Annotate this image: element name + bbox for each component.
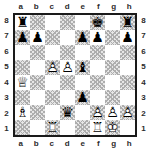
square-a7[interactable]: ♟ <box>15 30 30 45</box>
file-label-c-bottom: c <box>50 140 54 148</box>
piece-black-rook[interactable]: ♜ <box>15 15 30 30</box>
square-e8[interactable] <box>75 15 90 30</box>
square-d2[interactable]: ♛ <box>60 105 75 120</box>
piece-glyph: ♝ <box>76 59 89 75</box>
square-h3[interactable] <box>120 90 135 105</box>
square-b1[interactable] <box>30 120 45 135</box>
piece-glyph: ♔ <box>106 119 119 135</box>
rank-label-1-left: 1 <box>4 125 8 133</box>
piece-white-pawn[interactable]: ♟♙ <box>60 60 75 75</box>
square-a8[interactable]: ♜ <box>15 15 30 30</box>
corner-top-left <box>0 0 13 13</box>
square-b7[interactable]: ♟ <box>30 30 45 45</box>
rank-label-4-right: 4 <box>141 79 145 87</box>
piece-black-rook[interactable]: ♜ <box>120 15 135 30</box>
piece-white-pawn[interactable]: ♟♙ <box>120 105 135 120</box>
piece-white-bishop[interactable]: ♝♗ <box>15 105 30 120</box>
piece-glyph: ♟ <box>91 29 104 45</box>
rank-label-7-right: 7 <box>141 32 145 40</box>
square-b4[interactable] <box>30 75 45 90</box>
rank-label-3-right: 3 <box>141 94 145 102</box>
square-g5[interactable] <box>105 60 120 75</box>
piece-glyph: ♗ <box>16 104 29 120</box>
file-label-b-bottom: b <box>34 140 39 148</box>
rank-label-6-right: 6 <box>141 48 145 56</box>
square-e5[interactable]: ♝ <box>75 60 90 75</box>
square-d1[interactable] <box>60 120 75 135</box>
square-d5[interactable]: ♟♙ <box>60 60 75 75</box>
square-a4[interactable]: ♛♕ <box>15 75 30 90</box>
rank-label-7-left: 7 <box>4 32 8 40</box>
square-d4[interactable] <box>60 75 75 90</box>
square-h8[interactable]: ♜ <box>120 15 135 30</box>
piece-glyph: ♜ <box>16 14 29 30</box>
file-labels-top: abcdefgh <box>13 0 137 13</box>
rank-label-4-left: 4 <box>4 79 8 87</box>
piece-glyph: ♜ <box>121 14 134 30</box>
piece-glyph: ♙ <box>106 104 119 120</box>
piece-black-queen[interactable]: ♛ <box>60 105 75 120</box>
piece-glyph: ♕ <box>16 74 29 90</box>
rank-label-8-left: 8 <box>4 17 8 25</box>
square-d8[interactable] <box>60 15 75 30</box>
file-label-g-bottom: g <box>111 140 116 148</box>
file-label-b-top: b <box>34 3 39 11</box>
piece-glyph: ♙ <box>121 104 134 120</box>
file-label-d-top: d <box>65 3 70 11</box>
chess-diagram: abcdefgh 87654321 ♜♚♜♟♟♟♟♟♟♙♟♙♝♛♕♟♝♗♛♟♙♟… <box>0 0 150 150</box>
square-f8[interactable]: ♚ <box>90 15 105 30</box>
square-g4[interactable] <box>105 75 120 90</box>
square-h5[interactable] <box>120 60 135 75</box>
piece-glyph: ♙ <box>46 59 59 75</box>
piece-black-pawn[interactable]: ♟ <box>30 30 45 45</box>
square-h7[interactable]: ♟ <box>120 30 135 45</box>
chess-board[interactable]: ♜♚♜♟♟♟♟♟♟♙♟♙♝♛♕♟♝♗♛♟♙♟♙♟♙♜♖♜♖♚♔ <box>13 13 137 137</box>
piece-black-bishop[interactable]: ♝ <box>75 60 90 75</box>
piece-glyph: ♙ <box>61 59 74 75</box>
file-label-f-bottom: f <box>97 140 100 148</box>
square-f7[interactable]: ♟ <box>90 30 105 45</box>
square-g3[interactable] <box>105 90 120 105</box>
rank-label-1-right: 1 <box>141 125 145 133</box>
square-a2[interactable]: ♝♗ <box>15 105 30 120</box>
square-d7[interactable] <box>60 30 75 45</box>
corner-bottom-right <box>137 137 150 150</box>
square-c1[interactable]: ♜♖ <box>45 120 60 135</box>
square-a3[interactable] <box>15 90 30 105</box>
square-g6[interactable] <box>105 45 120 60</box>
piece-white-rook[interactable]: ♜♖ <box>90 120 105 135</box>
square-b6[interactable] <box>30 45 45 60</box>
square-b3[interactable] <box>30 90 45 105</box>
square-c2[interactable] <box>45 105 60 120</box>
square-e1[interactable] <box>75 120 90 135</box>
square-b5[interactable] <box>30 60 45 75</box>
piece-white-rook[interactable]: ♜♖ <box>45 120 60 135</box>
square-c4[interactable] <box>45 75 60 90</box>
piece-white-queen[interactable]: ♛♕ <box>15 75 30 90</box>
rank-label-2-left: 2 <box>4 110 8 118</box>
file-label-g-top: g <box>111 3 116 11</box>
file-label-a-bottom: a <box>19 140 23 148</box>
rank-label-5-left: 5 <box>4 63 8 71</box>
piece-glyph: ♛ <box>61 104 74 120</box>
piece-glyph: ♟ <box>16 29 29 45</box>
rank-labels-right: 87654321 <box>137 13 150 137</box>
file-label-c-top: c <box>50 3 54 11</box>
square-e6[interactable] <box>75 45 90 60</box>
square-b8[interactable] <box>30 15 45 30</box>
square-g2[interactable]: ♟♙ <box>105 105 120 120</box>
rank-label-5-right: 5 <box>141 63 145 71</box>
square-d6[interactable] <box>60 45 75 60</box>
piece-black-pawn[interactable]: ♟ <box>15 30 30 45</box>
square-c8[interactable] <box>45 15 60 30</box>
square-f5[interactable] <box>90 60 105 75</box>
square-f1[interactable]: ♜♖ <box>90 120 105 135</box>
square-e7[interactable]: ♟ <box>75 30 90 45</box>
square-f2[interactable]: ♟♙ <box>90 105 105 120</box>
square-h2[interactable]: ♟♙ <box>120 105 135 120</box>
file-label-a-top: a <box>19 3 23 11</box>
rank-label-3-left: 3 <box>4 94 8 102</box>
piece-glyph: ♟ <box>76 29 89 45</box>
piece-white-pawn[interactable]: ♟♙ <box>90 105 105 120</box>
file-label-e-top: e <box>81 3 85 11</box>
square-f3[interactable] <box>90 90 105 105</box>
file-label-h-bottom: h <box>127 140 132 148</box>
piece-black-pawn[interactable]: ♟ <box>75 90 90 105</box>
file-label-d-bottom: d <box>65 140 70 148</box>
piece-glyph: ♟ <box>76 89 89 105</box>
file-label-f-top: f <box>97 3 100 11</box>
rank-labels-left: 87654321 <box>0 13 13 137</box>
rank-label-2-right: 2 <box>141 110 145 118</box>
square-h1[interactable] <box>120 120 135 135</box>
file-label-e-bottom: e <box>81 140 85 148</box>
piece-glyph: ♖ <box>91 119 104 135</box>
square-g8[interactable] <box>105 15 120 30</box>
file-label-h-top: h <box>127 3 132 11</box>
square-h6[interactable] <box>120 45 135 60</box>
square-a6[interactable] <box>15 45 30 60</box>
square-c6[interactable] <box>45 45 60 60</box>
square-e4[interactable] <box>75 75 90 90</box>
rank-label-8-right: 8 <box>141 17 145 25</box>
square-a5[interactable] <box>15 60 30 75</box>
square-f6[interactable] <box>90 45 105 60</box>
piece-black-king[interactable]: ♚ <box>90 15 105 30</box>
piece-glyph: ♙ <box>91 104 104 120</box>
piece-white-king[interactable]: ♚♔ <box>105 120 120 135</box>
square-c5[interactable]: ♟♙ <box>45 60 60 75</box>
piece-white-pawn[interactable]: ♟♙ <box>105 105 120 120</box>
square-g1[interactable]: ♚♔ <box>105 120 120 135</box>
rank-label-6-left: 6 <box>4 48 8 56</box>
piece-white-pawn[interactable]: ♟♙ <box>45 60 60 75</box>
square-a1[interactable] <box>15 120 30 135</box>
piece-glyph: ♟ <box>31 29 44 45</box>
piece-glyph: ♟ <box>121 29 134 45</box>
square-h4[interactable] <box>120 75 135 90</box>
square-e2[interactable] <box>75 105 90 120</box>
piece-black-pawn[interactable]: ♟ <box>120 30 135 45</box>
file-labels-bottom: abcdefgh <box>13 137 137 150</box>
piece-black-pawn[interactable]: ♟ <box>75 30 90 45</box>
square-c3[interactable] <box>45 90 60 105</box>
square-c7[interactable] <box>45 30 60 45</box>
square-g7[interactable] <box>105 30 120 45</box>
piece-black-pawn[interactable]: ♟ <box>90 30 105 45</box>
corner-top-right <box>137 0 150 13</box>
piece-glyph: ♚ <box>91 14 104 30</box>
square-b2[interactable] <box>30 105 45 120</box>
piece-glyph: ♖ <box>46 119 59 135</box>
square-e3[interactable]: ♟ <box>75 90 90 105</box>
corner-bottom-left <box>0 137 13 150</box>
square-d3[interactable] <box>60 90 75 105</box>
square-f4[interactable] <box>90 75 105 90</box>
